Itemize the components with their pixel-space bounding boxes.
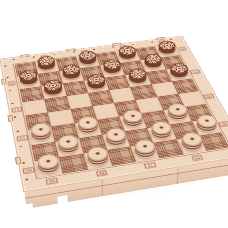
tick-mark [151,41,153,42]
product-photo: 12342930313251321294122028 [0,0,228,228]
tick-mark [22,162,24,164]
tick-mark [9,90,11,91]
engraved-gear-top-checker[interactable] [118,51,138,62]
finger-joint-tab [15,156,22,164]
edge-number: 12 [190,69,201,74]
plain-dot-top-checker[interactable] [194,119,218,133]
finger-joint-tab [1,79,7,85]
tick-mark [132,44,134,45]
engraved-gear-top-checker[interactable] [38,61,57,73]
edge-number: 21 [17,135,28,141]
engraved-gear-top-checker[interactable] [157,46,177,57]
engraved-gear-top-checker[interactable] [19,75,38,87]
center-dot-mark [189,137,194,140]
tick-mark [53,54,55,55]
plain-dot-top-checker[interactable] [86,152,110,168]
tick-mark [26,179,28,181]
foot-notch [26,203,33,209]
edge-number: 3 [120,45,128,49]
plain-dot-top-checker[interactable] [133,144,157,160]
edge-number: 4 [179,47,187,51]
joint-seam [177,166,179,184]
plain-dot-top-checker[interactable] [31,128,53,143]
edge-number: 20 [203,94,215,99]
plain-dot-top-checker[interactable] [77,122,99,137]
engraved-gear-top-checker[interactable] [102,64,122,76]
engraved-gear-top-checker[interactable] [143,59,164,71]
center-dot-mark [39,128,44,131]
tick-mark [13,59,15,60]
plain-dot-top-checker[interactable] [104,133,127,148]
edge-number: 13 [11,107,22,113]
engraved-gear-top-checker[interactable] [44,85,64,98]
engraved-gear-top-checker[interactable] [78,56,98,67]
tick-mark [112,46,114,47]
center-dot-mark [205,119,210,122]
edge-number: 31 [144,162,157,169]
plain-dot-top-checker[interactable] [58,140,81,156]
center-dot-mark [66,140,71,143]
tick-mark [170,39,172,40]
center-dot-mark [95,152,100,155]
board-3d: 12342930313251321294122028 [0,36,228,191]
tick-mark [4,65,6,66]
center-dot-mark [85,121,90,124]
edge-number: 29 [46,178,58,185]
plain-dot-top-checker[interactable] [150,126,174,141]
plain-dot-top-checker[interactable] [37,159,60,176]
tick-mark [19,146,21,148]
tick-mark [17,131,19,132]
edge-number: 30 [95,170,108,177]
pieces-layer [15,44,228,177]
center-dot-mark [113,133,118,136]
plain-dot-top-checker[interactable] [179,137,204,152]
edge-number: 28 [218,121,228,127]
engraved-gear-top-checker[interactable] [86,79,107,91]
engraved-gear-top-checker[interactable] [128,73,149,85]
center-dot-mark [143,145,148,148]
center-dot-mark [46,159,51,162]
edge-number: 5 [8,81,15,86]
plain-dot-top-checker[interactable] [122,115,145,129]
edge-number: 29 [23,167,35,174]
center-dot-mark [160,126,165,129]
edge-number: 32 [191,155,204,162]
tick-mark [33,56,35,57]
center-dot-mark [175,108,179,111]
center-dot-mark [131,115,136,118]
plain-dot-top-checker[interactable] [166,109,189,123]
engraved-gear-top-checker[interactable] [61,70,81,82]
foot-notch [57,195,68,204]
engraved-gear-top-checker[interactable] [168,68,189,80]
tick-mark [7,77,9,78]
finger-joint-tab [20,54,30,58]
finger-joint-tab [7,115,13,122]
tick-mark [14,116,16,117]
tick-mark [11,103,13,104]
tick-mark [93,49,95,50]
scene: 12342930313251321294122028 [0,0,228,228]
tick-mark [73,51,75,52]
joint-seam [102,179,103,197]
